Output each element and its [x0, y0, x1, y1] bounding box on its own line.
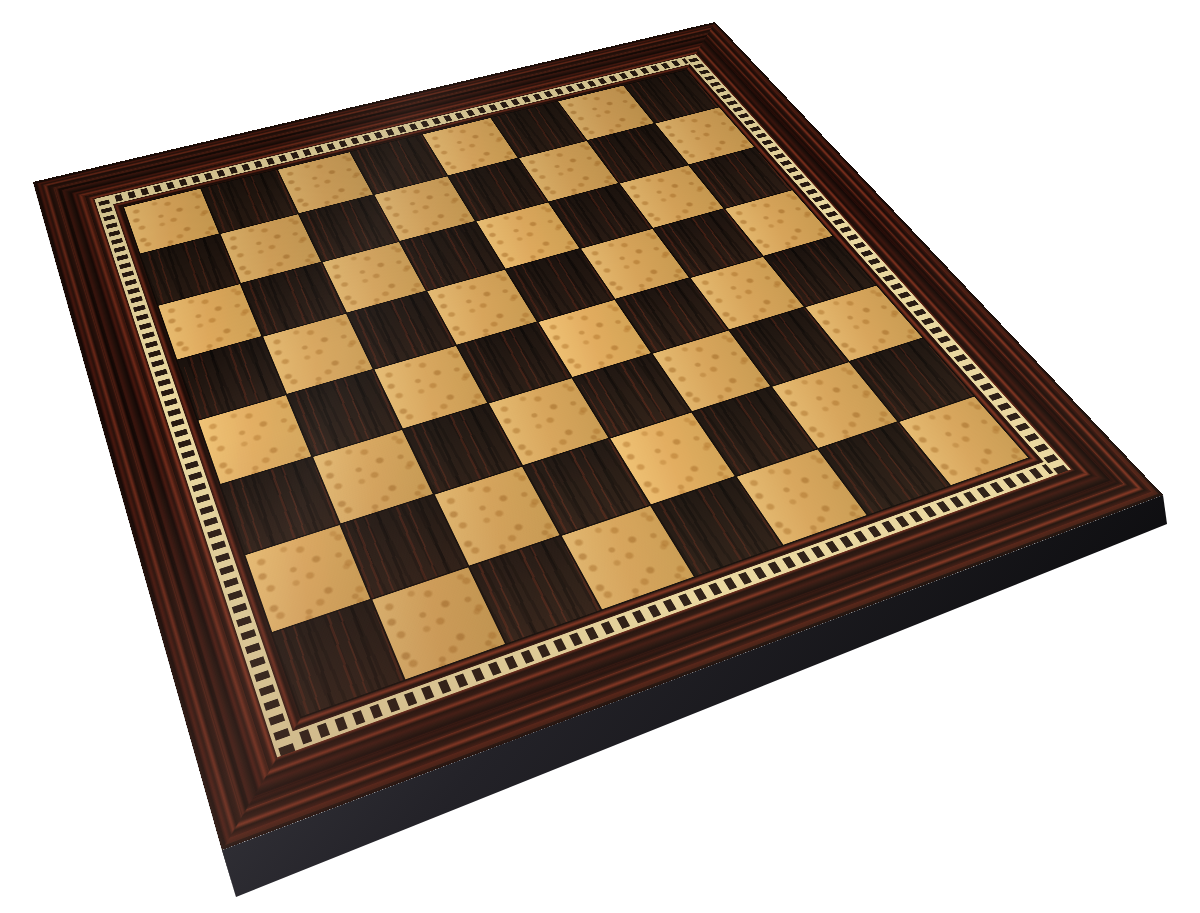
photo-background: [0, 0, 1200, 913]
